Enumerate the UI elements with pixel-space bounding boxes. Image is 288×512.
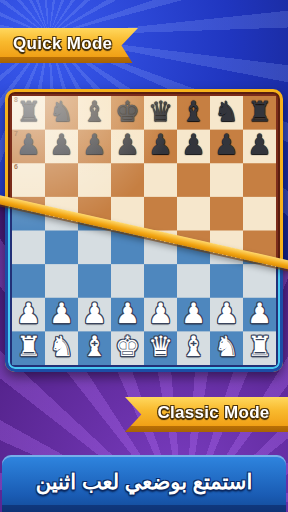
board-square[interactable]: ♞ <box>210 331 243 365</box>
board-square[interactable]: ♟ <box>243 130 276 164</box>
piece-bb[interactable]: ♝ <box>181 98 206 126</box>
piece-br[interactable]: ♜ <box>247 98 272 126</box>
piece-wb[interactable]: ♝ <box>82 333 107 361</box>
board-square[interactable] <box>177 264 210 298</box>
caption-text: استمتع بوضعي لعب اثنين <box>36 470 253 494</box>
board-square[interactable]: ♟ <box>45 130 78 164</box>
piece-wp[interactable]: ♟ <box>49 300 74 328</box>
piece-wp[interactable]: ♟ <box>247 300 272 328</box>
board-square[interactable] <box>210 163 243 197</box>
board-square[interactable]: ♟ <box>78 298 111 332</box>
board-square[interactable]: ♛ <box>144 331 177 365</box>
board-square[interactable]: ♜ <box>243 96 276 130</box>
board-square[interactable] <box>177 163 210 197</box>
piece-bp[interactable]: ♟ <box>214 131 239 159</box>
board-square[interactable]: ♟ <box>210 298 243 332</box>
board-square[interactable]: 7♟ <box>12 130 45 164</box>
board-square[interactable]: ♟ <box>177 298 210 332</box>
board-square[interactable]: ♝ <box>177 331 210 365</box>
board-square[interactable]: ♟ <box>45 298 78 332</box>
piece-wp[interactable]: ♟ <box>16 300 41 328</box>
piece-bp[interactable]: ♟ <box>49 131 74 159</box>
quick-mode-banner[interactable]: Quick Mode <box>0 28 138 63</box>
board-square[interactable]: ♛ <box>144 96 177 130</box>
board-square[interactable] <box>12 231 45 265</box>
app-screen: 8♜♞♝♚♛♝♞♜7♟♟♟♟♟♟♟♟6♟♟♟♟♟♟♟♟♜♞♝♚♛♝♞♜ Quic… <box>0 0 288 512</box>
rank-label: 6 <box>14 163 18 171</box>
piece-wp[interactable]: ♟ <box>148 300 173 328</box>
piece-bq[interactable]: ♛ <box>148 98 173 126</box>
board-square[interactable]: 8♜ <box>12 96 45 130</box>
board-square[interactable]: ♞ <box>210 96 243 130</box>
board-square[interactable] <box>12 264 45 298</box>
piece-wp[interactable]: ♟ <box>214 300 239 328</box>
classic-mode-banner[interactable]: Classic Mode <box>125 397 288 432</box>
piece-bn[interactable]: ♞ <box>49 98 74 126</box>
board-square[interactable]: ♟ <box>111 130 144 164</box>
board-square[interactable]: ♚ <box>111 331 144 365</box>
piece-wp[interactable]: ♟ <box>82 300 107 328</box>
board-square[interactable] <box>78 264 111 298</box>
board-square[interactable]: ♟ <box>78 130 111 164</box>
board-square[interactable] <box>45 264 78 298</box>
classic-mode-label: Classic Mode <box>157 403 269 423</box>
piece-wn[interactable]: ♞ <box>49 333 74 361</box>
board-square[interactable]: ♞ <box>45 96 78 130</box>
board-square[interactable]: ♜ <box>243 331 276 365</box>
piece-wk[interactable]: ♚ <box>115 333 140 361</box>
board-square[interactable] <box>78 163 111 197</box>
board-square[interactable] <box>243 163 276 197</box>
piece-wp[interactable]: ♟ <box>115 300 140 328</box>
board-square[interactable] <box>144 197 177 231</box>
piece-bp[interactable]: ♟ <box>82 131 107 159</box>
board-square[interactable] <box>243 197 276 231</box>
piece-bb[interactable]: ♝ <box>82 98 107 126</box>
board-square[interactable]: ♟ <box>243 298 276 332</box>
piece-bp[interactable]: ♟ <box>16 131 41 159</box>
board-square[interactable]: ♟ <box>177 130 210 164</box>
board-square[interactable] <box>243 264 276 298</box>
board-square[interactable] <box>177 197 210 231</box>
piece-bk[interactable]: ♚ <box>115 98 140 126</box>
board-square[interactable] <box>111 163 144 197</box>
board-square[interactable]: ♞ <box>45 331 78 365</box>
board-square[interactable] <box>210 264 243 298</box>
board-square[interactable]: 6 <box>12 163 45 197</box>
board-square[interactable]: ♝ <box>177 96 210 130</box>
piece-bp[interactable]: ♟ <box>181 131 206 159</box>
piece-br[interactable]: ♜ <box>16 98 41 126</box>
quick-mode-label: Quick Mode <box>13 34 112 54</box>
board-square[interactable] <box>111 264 144 298</box>
board-square[interactable]: ♟ <box>111 298 144 332</box>
board-square[interactable] <box>144 264 177 298</box>
board-square[interactable] <box>45 231 78 265</box>
board-square[interactable]: ♚ <box>111 96 144 130</box>
piece-wn[interactable]: ♞ <box>214 333 239 361</box>
board-square[interactable]: ♟ <box>12 298 45 332</box>
board-square[interactable]: ♝ <box>78 96 111 130</box>
board-square[interactable]: ♝ <box>78 331 111 365</box>
board-square[interactable] <box>144 163 177 197</box>
piece-bn[interactable]: ♞ <box>214 98 239 126</box>
board-square[interactable]: ♟ <box>210 130 243 164</box>
piece-wp[interactable]: ♟ <box>181 300 206 328</box>
board-square[interactable]: ♟ <box>144 298 177 332</box>
piece-wr[interactable]: ♜ <box>16 333 41 361</box>
piece-wr[interactable]: ♜ <box>247 333 272 361</box>
board-square[interactable] <box>78 231 111 265</box>
piece-wb[interactable]: ♝ <box>181 333 206 361</box>
board-square[interactable] <box>210 197 243 231</box>
board-square[interactable] <box>45 163 78 197</box>
piece-bp[interactable]: ♟ <box>115 131 140 159</box>
caption-bar: استمتع بوضعي لعب اثنين <box>2 455 286 512</box>
board-square[interactable]: ♟ <box>144 130 177 164</box>
piece-bp[interactable]: ♟ <box>247 131 272 159</box>
piece-bp[interactable]: ♟ <box>148 131 173 159</box>
piece-wq[interactable]: ♛ <box>148 333 173 361</box>
board-square[interactable]: ♜ <box>12 331 45 365</box>
